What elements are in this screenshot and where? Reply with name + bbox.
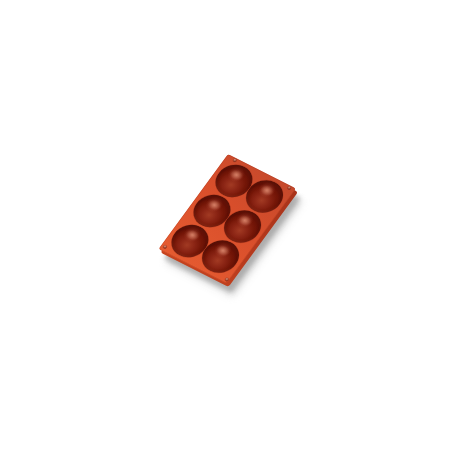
product-photo bbox=[0, 0, 452, 452]
cavity-highlight bbox=[184, 228, 202, 242]
cavity-highlight bbox=[228, 168, 246, 182]
cavity-highlight bbox=[214, 244, 232, 258]
cavity-highlight bbox=[206, 198, 224, 212]
corner-hole-left bbox=[162, 245, 167, 249]
corner-hole-top bbox=[232, 158, 237, 162]
cavity-highlight bbox=[236, 214, 254, 228]
corner-hole-right bbox=[287, 186, 292, 190]
cavity-highlight bbox=[258, 183, 276, 197]
